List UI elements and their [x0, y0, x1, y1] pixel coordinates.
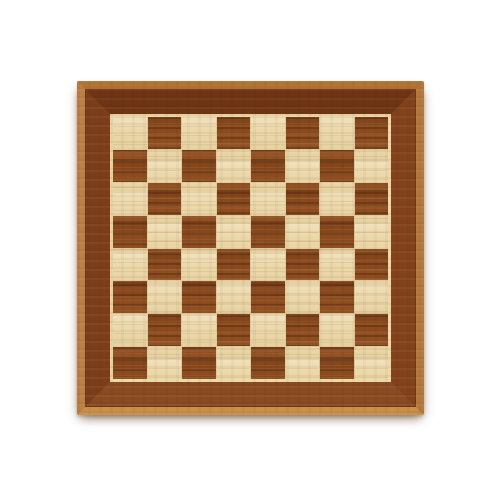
- chess-board: [77, 81, 424, 415]
- square-g4[interactable]: [320, 249, 354, 281]
- square-d8[interactable]: [217, 117, 251, 149]
- square-e7[interactable]: [251, 150, 285, 182]
- square-h2[interactable]: [355, 314, 389, 346]
- square-g5[interactable]: [320, 216, 354, 248]
- square-b7[interactable]: [148, 150, 182, 182]
- square-e5[interactable]: [251, 216, 285, 248]
- square-h1[interactable]: [355, 347, 389, 379]
- product-photo-scene: [0, 0, 500, 500]
- maple-inlay-line: [110, 114, 391, 382]
- square-f8[interactable]: [286, 117, 320, 149]
- square-c7[interactable]: [182, 150, 216, 182]
- square-g6[interactable]: [320, 183, 354, 215]
- square-a1[interactable]: [113, 347, 147, 379]
- square-a8[interactable]: [113, 117, 147, 149]
- square-b2[interactable]: [148, 314, 182, 346]
- square-d7[interactable]: [217, 150, 251, 182]
- square-e1[interactable]: [251, 347, 285, 379]
- square-b3[interactable]: [148, 281, 182, 313]
- square-b5[interactable]: [148, 216, 182, 248]
- square-c4[interactable]: [182, 249, 216, 281]
- square-h8[interactable]: [355, 117, 389, 149]
- square-g3[interactable]: [320, 281, 354, 313]
- square-h3[interactable]: [355, 281, 389, 313]
- square-f5[interactable]: [286, 216, 320, 248]
- square-f4[interactable]: [286, 249, 320, 281]
- square-f1[interactable]: [286, 347, 320, 379]
- square-h6[interactable]: [355, 183, 389, 215]
- square-a4[interactable]: [113, 249, 147, 281]
- square-d5[interactable]: [217, 216, 251, 248]
- square-b4[interactable]: [148, 249, 182, 281]
- square-g7[interactable]: [320, 150, 354, 182]
- square-g1[interactable]: [320, 347, 354, 379]
- square-b6[interactable]: [148, 183, 182, 215]
- square-d2[interactable]: [217, 314, 251, 346]
- square-c6[interactable]: [182, 183, 216, 215]
- square-f2[interactable]: [286, 314, 320, 346]
- square-b8[interactable]: [148, 117, 182, 149]
- square-e2[interactable]: [251, 314, 285, 346]
- square-a5[interactable]: [113, 216, 147, 248]
- square-a7[interactable]: [113, 150, 147, 182]
- square-c8[interactable]: [182, 117, 216, 149]
- square-a6[interactable]: [113, 183, 147, 215]
- square-d6[interactable]: [217, 183, 251, 215]
- square-h4[interactable]: [355, 249, 389, 281]
- board-frame-band: [86, 90, 415, 406]
- square-c1[interactable]: [182, 347, 216, 379]
- square-e3[interactable]: [251, 281, 285, 313]
- square-e8[interactable]: [251, 117, 285, 149]
- square-g8[interactable]: [320, 117, 354, 149]
- board-grid: [113, 117, 388, 379]
- square-b1[interactable]: [148, 347, 182, 379]
- square-h5[interactable]: [355, 216, 389, 248]
- square-f3[interactable]: [286, 281, 320, 313]
- square-g2[interactable]: [320, 314, 354, 346]
- square-h7[interactable]: [355, 150, 389, 182]
- square-d1[interactable]: [217, 347, 251, 379]
- square-a3[interactable]: [113, 281, 147, 313]
- square-e4[interactable]: [251, 249, 285, 281]
- square-f7[interactable]: [286, 150, 320, 182]
- square-f6[interactable]: [286, 183, 320, 215]
- square-d4[interactable]: [217, 249, 251, 281]
- square-c2[interactable]: [182, 314, 216, 346]
- square-c3[interactable]: [182, 281, 216, 313]
- square-d3[interactable]: [217, 281, 251, 313]
- square-e6[interactable]: [251, 183, 285, 215]
- square-c5[interactable]: [182, 216, 216, 248]
- square-a2[interactable]: [113, 314, 147, 346]
